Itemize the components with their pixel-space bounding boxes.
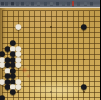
toolbar-icon[interactable] (5, 2, 8, 5)
star-point (83, 91, 85, 93)
toolbar-icon[interactable] (77, 2, 80, 5)
white-stone[interactable]: ● (16, 24, 22, 30)
toolbar-icon[interactable] (16, 2, 19, 5)
go-app-window: ●●●●●●●●●●●●●●●●●●●●●●●●●●●●●●● (0, 0, 100, 100)
black-stone[interactable]: ● (81, 24, 87, 30)
toolbar-icon[interactable] (90, 2, 93, 5)
toolbar-icon[interactable] (50, 2, 53, 5)
toolbar-icon[interactable] (37, 2, 40, 5)
star-point (50, 91, 52, 93)
toolbar-icon[interactable] (67, 2, 70, 5)
toolbar-icon[interactable] (44, 2, 47, 5)
toolbar-icon[interactable] (11, 2, 14, 5)
go-board[interactable]: ●●●●●●●●●●●●●●●●●●●●●●●●●●●●●●● (0, 8, 100, 100)
toolbar-icon[interactable] (84, 2, 87, 5)
toolbar-icon[interactable] (31, 2, 34, 5)
grid-line-horizontal (2, 10, 101, 11)
star-point (50, 26, 52, 28)
star-point (17, 91, 19, 93)
toolbar-icon[interactable] (62, 2, 65, 5)
grid-line-horizontal (2, 16, 101, 17)
toolbar (0, 0, 100, 7)
black-stone[interactable]: ● (81, 84, 87, 90)
board-grid-layer: ●●●●●●●●●●●●●●●●●●●●●●●●●●●●●●● (0, 8, 100, 100)
toolbar-icon[interactable] (26, 2, 29, 5)
toolbar-red-icon[interactable] (72, 1, 74, 6)
grid-line-horizontal (2, 32, 101, 33)
toolbar-icon[interactable] (56, 2, 59, 5)
toolbar-icon[interactable] (1, 2, 4, 5)
grid-line-horizontal (2, 70, 101, 71)
grid-line-horizontal (2, 37, 101, 38)
black-stone[interactable]: ● (0, 95, 5, 100)
white-stone[interactable]: ● (16, 84, 22, 90)
toolbar-icon[interactable] (21, 2, 24, 5)
grid-line-horizontal (2, 97, 101, 98)
black-stone[interactable]: ● (10, 89, 16, 95)
white-stone[interactable]: ● (16, 62, 22, 68)
